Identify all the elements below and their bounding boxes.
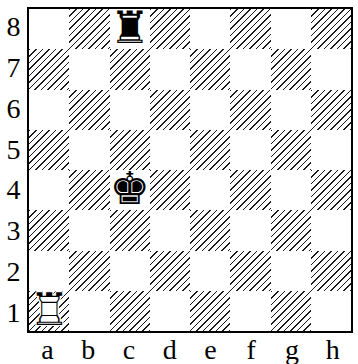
file-label-a: a bbox=[27, 333, 68, 364]
square-a5 bbox=[29, 130, 69, 170]
square-d5 bbox=[150, 130, 190, 170]
square-a7 bbox=[29, 49, 69, 89]
square-e7 bbox=[190, 49, 230, 89]
square-h4 bbox=[311, 170, 351, 210]
square-g4 bbox=[271, 170, 311, 210]
square-b2 bbox=[69, 251, 109, 291]
rank-label-2: 2 bbox=[0, 252, 27, 293]
square-e8 bbox=[190, 9, 230, 49]
square-b6 bbox=[69, 90, 109, 130]
corner-spacer bbox=[0, 333, 27, 364]
square-a8 bbox=[29, 9, 69, 49]
square-g6 bbox=[271, 90, 311, 130]
square-d7 bbox=[150, 49, 190, 89]
square-c6 bbox=[110, 90, 150, 130]
chess-diagram: 87654321 ♜♚♜♖ abcdefgh bbox=[0, 0, 358, 364]
board-area: 87654321 ♜♚♜♖ bbox=[0, 7, 358, 333]
square-a4 bbox=[29, 170, 69, 210]
square-h3 bbox=[311, 210, 351, 250]
square-f7 bbox=[230, 49, 270, 89]
square-c7 bbox=[110, 49, 150, 89]
square-f6 bbox=[230, 90, 270, 130]
square-g1 bbox=[271, 291, 311, 331]
rank-labels: 87654321 bbox=[0, 7, 27, 333]
file-label-e: e bbox=[190, 333, 231, 364]
square-e4 bbox=[190, 170, 230, 210]
square-e1 bbox=[190, 291, 230, 331]
square-d2 bbox=[150, 251, 190, 291]
black-rook: ♜ bbox=[110, 9, 150, 49]
file-label-b: b bbox=[68, 333, 109, 364]
square-g8 bbox=[271, 9, 311, 49]
square-h8 bbox=[311, 9, 351, 49]
file-label-f: f bbox=[231, 333, 272, 364]
square-b3 bbox=[69, 210, 109, 250]
file-label-c: c bbox=[109, 333, 150, 364]
square-f8 bbox=[230, 9, 270, 49]
file-label-h: h bbox=[312, 333, 353, 364]
white-rook: ♜♖ bbox=[29, 291, 69, 331]
square-d6 bbox=[150, 90, 190, 130]
square-b4 bbox=[69, 170, 109, 210]
rank-label-7: 7 bbox=[0, 48, 27, 89]
square-c3 bbox=[110, 210, 150, 250]
square-h1 bbox=[311, 291, 351, 331]
square-a1: ♜♖ bbox=[29, 291, 69, 331]
square-e6 bbox=[190, 90, 230, 130]
square-b7 bbox=[69, 49, 109, 89]
rank-label-3: 3 bbox=[0, 211, 27, 252]
black-king: ♚ bbox=[110, 170, 150, 210]
square-a6 bbox=[29, 90, 69, 130]
square-g3 bbox=[271, 210, 311, 250]
rank-label-5: 5 bbox=[0, 129, 27, 170]
square-f1 bbox=[230, 291, 270, 331]
square-d8 bbox=[150, 9, 190, 49]
square-h5 bbox=[311, 130, 351, 170]
square-f4 bbox=[230, 170, 270, 210]
square-h2 bbox=[311, 251, 351, 291]
square-e3 bbox=[190, 210, 230, 250]
rank-label-1: 1 bbox=[0, 292, 27, 333]
black-king-glyph: ♚ bbox=[109, 166, 149, 211]
square-c1 bbox=[110, 291, 150, 331]
square-g5 bbox=[271, 130, 311, 170]
file-labels: abcdefgh bbox=[27, 333, 353, 364]
square-b1 bbox=[69, 291, 109, 331]
square-g7 bbox=[271, 49, 311, 89]
square-d1 bbox=[150, 291, 190, 331]
square-d4 bbox=[150, 170, 190, 210]
black-rook-glyph: ♜ bbox=[109, 5, 149, 50]
square-f2 bbox=[230, 251, 270, 291]
square-c4: ♚ bbox=[110, 170, 150, 210]
square-c2 bbox=[110, 251, 150, 291]
rank-label-6: 6 bbox=[0, 89, 27, 130]
file-label-g: g bbox=[272, 333, 313, 364]
square-d3 bbox=[150, 210, 190, 250]
square-g2 bbox=[271, 251, 311, 291]
square-b5 bbox=[69, 130, 109, 170]
square-e5 bbox=[190, 130, 230, 170]
square-c8: ♜ bbox=[110, 9, 150, 49]
square-e2 bbox=[190, 251, 230, 291]
file-label-d: d bbox=[149, 333, 190, 364]
square-h6 bbox=[311, 90, 351, 130]
square-b8 bbox=[69, 9, 109, 49]
files-area: abcdefgh bbox=[0, 333, 358, 364]
rank-label-8: 8 bbox=[0, 7, 27, 48]
square-h7 bbox=[311, 49, 351, 89]
square-a3 bbox=[29, 210, 69, 250]
chess-board: ♜♚♜♖ bbox=[27, 7, 353, 333]
white-rook-outline: ♖ bbox=[29, 287, 69, 332]
square-f3 bbox=[230, 210, 270, 250]
rank-label-4: 4 bbox=[0, 170, 27, 211]
square-f5 bbox=[230, 130, 270, 170]
